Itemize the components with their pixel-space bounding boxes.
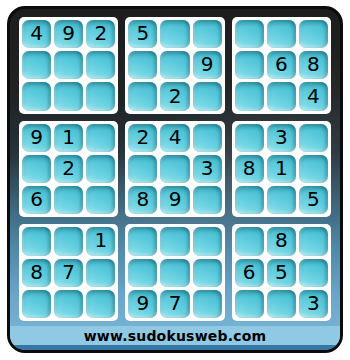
sudoku-cell[interactable] [235,20,264,48]
sudoku-cell[interactable]: 2 [86,20,115,48]
sudoku-cell[interactable]: 6 [267,51,296,79]
sudoku-cell[interactable]: 2 [54,155,83,183]
sudoku-cell[interactable] [128,51,157,79]
sudoku-cell[interactable]: 5 [267,259,296,287]
sudoku-cell[interactable] [267,290,296,318]
sudoku-cell[interactable] [128,155,157,183]
sudoku-cell[interactable] [160,155,189,183]
sudoku-cell[interactable] [54,186,83,214]
sudoku-cell[interactable]: 9 [160,186,189,214]
sudoku-cell[interactable] [193,20,222,48]
sudoku-cell[interactable]: 6 [235,259,264,287]
sudoku-cell[interactable] [299,20,328,48]
sudoku-cell[interactable]: 4 [22,20,51,48]
sudoku-cell[interactable] [160,51,189,79]
sudoku-box: 24389 [125,121,224,218]
sudoku-cell[interactable] [235,51,264,79]
sudoku-cell[interactable]: 4 [299,82,328,110]
sudoku-cell[interactable] [128,82,157,110]
sudoku-cell[interactable]: 1 [267,155,296,183]
sudoku-cell[interactable]: 3 [299,290,328,318]
sudoku-cell[interactable] [22,290,51,318]
sudoku-board: 4925926849126243893815187978653 [10,9,340,326]
sudoku-cell[interactable]: 5 [128,20,157,48]
sudoku-cell[interactable] [128,259,157,287]
sudoku-cell[interactable]: 9 [128,290,157,318]
sudoku-cell[interactable] [193,290,222,318]
sudoku-cell[interactable]: 8 [128,186,157,214]
sudoku-cell[interactable] [22,82,51,110]
sudoku-cell[interactable]: 8 [267,227,296,255]
sudoku-box: 9126 [19,121,118,218]
footer: www.sudokusweb.com [10,326,340,345]
sudoku-cell[interactable] [299,259,328,287]
sudoku-box: 3815 [232,121,331,218]
sudoku-cell[interactable] [299,124,328,152]
sudoku-cell[interactable]: 8 [22,259,51,287]
sudoku-cell[interactable] [235,290,264,318]
sudoku-cell[interactable] [86,51,115,79]
sudoku-cell[interactable] [128,227,157,255]
sudoku-cell[interactable] [235,227,264,255]
sudoku-cell[interactable] [22,227,51,255]
sudoku-cell[interactable]: 7 [160,290,189,318]
sudoku-box: 492 [19,17,118,114]
sudoku-cell[interactable] [54,51,83,79]
sudoku-cell[interactable]: 6 [22,186,51,214]
sudoku-cell[interactable] [193,259,222,287]
sudoku-cell[interactable] [22,155,51,183]
sudoku-cell[interactable]: 9 [54,20,83,48]
sudoku-cell[interactable] [235,82,264,110]
sudoku-cell[interactable] [193,82,222,110]
footer-strip [10,345,340,350]
sudoku-cell[interactable] [267,82,296,110]
sudoku-cell[interactable]: 3 [193,155,222,183]
sudoku-cell[interactable] [267,186,296,214]
sudoku-cell[interactable] [193,124,222,152]
sudoku-cell[interactable]: 2 [160,82,189,110]
sudoku-cell[interactable] [86,82,115,110]
sudoku-box: 97 [125,224,224,321]
sudoku-cell[interactable] [22,51,51,79]
sudoku-cell[interactable]: 5 [299,186,328,214]
sudoku-cell[interactable] [160,20,189,48]
sudoku-cell[interactable] [235,124,264,152]
sudoku-cell[interactable] [235,186,264,214]
sudoku-cell[interactable]: 1 [54,124,83,152]
sudoku-cell[interactable]: 1 [86,227,115,255]
sudoku-cell[interactable]: 7 [54,259,83,287]
sudoku-box: 8653 [232,224,331,321]
sudoku-box: 187 [19,224,118,321]
sudoku-cell[interactable] [54,227,83,255]
sudoku-cell[interactable] [54,82,83,110]
sudoku-cell[interactable] [86,259,115,287]
sudoku-cell[interactable] [86,155,115,183]
sudoku-cell[interactable] [160,259,189,287]
sudoku-cell[interactable]: 9 [22,124,51,152]
sudoku-box: 592 [125,17,224,114]
sudoku-cell[interactable] [54,290,83,318]
site-url[interactable]: www.sudokusweb.com [84,328,267,344]
sudoku-cell[interactable]: 8 [299,51,328,79]
sudoku-cell[interactable] [299,155,328,183]
sudoku-cell[interactable] [299,227,328,255]
sudoku-cell[interactable]: 8 [235,155,264,183]
sudoku-cell[interactable] [86,124,115,152]
sudoku-cell[interactable] [86,186,115,214]
sudoku-cell[interactable] [267,20,296,48]
sudoku-cell[interactable] [160,227,189,255]
sudoku-box: 684 [232,17,331,114]
sudoku-cell[interactable] [193,186,222,214]
sudoku-cell[interactable] [193,227,222,255]
sudoku-cell[interactable]: 2 [128,124,157,152]
sudoku-cell[interactable]: 9 [193,51,222,79]
sudoku-cell[interactable] [86,290,115,318]
sudoku-cell[interactable]: 4 [160,124,189,152]
sudoku-cell[interactable]: 3 [267,124,296,152]
sudoku-card: 4925926849126243893815187978653 www.sudo… [7,6,343,353]
